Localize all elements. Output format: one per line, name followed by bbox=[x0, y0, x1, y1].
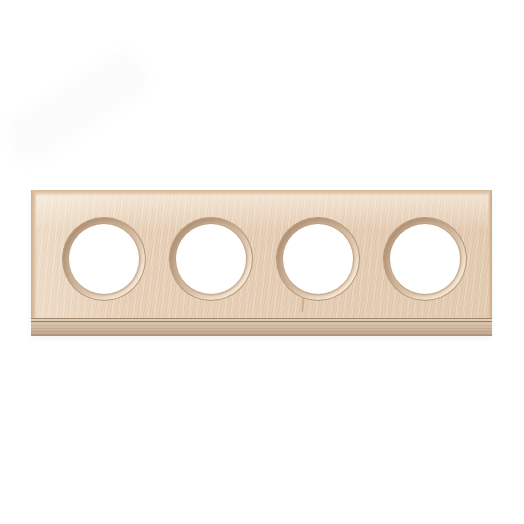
hole-cutout-3 bbox=[276, 217, 360, 301]
frame-right-edge bbox=[488, 190, 492, 318]
frame-top-edge bbox=[31, 190, 492, 196]
wooden-frame bbox=[31, 190, 492, 335]
hole-cutout-4 bbox=[383, 217, 467, 301]
hole-cutout-1 bbox=[62, 217, 146, 301]
watermark-smudge bbox=[2, 47, 153, 167]
frame-bottom-skirt-edge bbox=[31, 322, 492, 336]
hole-cutout-2 bbox=[169, 217, 253, 301]
hole-1-bore bbox=[69, 224, 139, 294]
hole-2-bore bbox=[176, 224, 246, 294]
hole-4-bore bbox=[390, 224, 460, 294]
hole-3-bore bbox=[283, 224, 353, 294]
frame-left-edge bbox=[31, 190, 37, 318]
photo-background bbox=[0, 0, 524, 524]
